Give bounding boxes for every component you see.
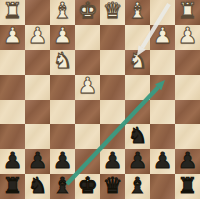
square-b7[interactable]: ♟ xyxy=(150,149,175,174)
square-h3[interactable] xyxy=(0,50,25,75)
black-bishop[interactable]: ♝ xyxy=(53,175,73,197)
black-king[interactable]: ♚ xyxy=(78,175,98,197)
black-pawn[interactable]: ♟ xyxy=(3,150,23,172)
square-c3[interactable]: ♞ xyxy=(125,50,150,75)
black-pawn[interactable]: ♟ xyxy=(128,150,148,172)
white-pawn[interactable]: ♟ xyxy=(53,25,73,47)
black-knight[interactable]: ♞ xyxy=(128,125,148,147)
square-c1[interactable]: ♝ xyxy=(125,0,150,25)
square-h5[interactable] xyxy=(0,100,25,125)
square-f6[interactable] xyxy=(50,124,75,149)
square-b3[interactable] xyxy=(150,50,175,75)
square-c7[interactable]: ♟ xyxy=(125,149,150,174)
white-pawn[interactable]: ♟ xyxy=(153,25,173,47)
square-c6[interactable]: ♞ xyxy=(125,124,150,149)
square-a7[interactable]: ♟ xyxy=(175,149,200,174)
square-g2[interactable]: ♟ xyxy=(25,25,50,50)
black-rook[interactable]: ♜ xyxy=(3,175,23,197)
black-queen[interactable]: ♛ xyxy=(103,175,123,197)
square-g6[interactable] xyxy=(25,124,50,149)
white-pawn[interactable]: ♟ xyxy=(78,75,98,97)
square-e1[interactable]: ♚ xyxy=(75,0,100,25)
white-pawn[interactable]: ♟ xyxy=(3,25,23,47)
white-bishop[interactable]: ♝ xyxy=(53,0,73,22)
square-h7[interactable]: ♟ xyxy=(0,149,25,174)
square-e3[interactable] xyxy=(75,50,100,75)
black-knight[interactable]: ♞ xyxy=(28,175,48,197)
square-b2[interactable]: ♟ xyxy=(150,25,175,50)
white-knight[interactable]: ♞ xyxy=(53,50,73,72)
square-e5[interactable] xyxy=(75,100,100,125)
square-a8[interactable]: ♜ xyxy=(175,174,200,199)
square-a2[interactable]: ♟ xyxy=(175,25,200,50)
square-f5[interactable] xyxy=(50,100,75,125)
black-pawn[interactable]: ♟ xyxy=(28,150,48,172)
square-e6[interactable] xyxy=(75,124,100,149)
square-f8[interactable]: ♝ xyxy=(50,174,75,199)
white-pawn[interactable]: ♟ xyxy=(178,25,198,47)
square-f3[interactable]: ♞ xyxy=(50,50,75,75)
white-knight[interactable]: ♞ xyxy=(128,50,148,72)
square-d6[interactable] xyxy=(100,124,125,149)
square-d3[interactable] xyxy=(100,50,125,75)
square-b1[interactable] xyxy=(150,0,175,25)
black-pawn[interactable]: ♟ xyxy=(153,150,173,172)
white-bishop[interactable]: ♝ xyxy=(128,0,148,22)
square-d5[interactable] xyxy=(100,100,125,125)
square-b8[interactable] xyxy=(150,174,175,199)
square-d4[interactable] xyxy=(100,75,125,100)
square-c4[interactable] xyxy=(125,75,150,100)
square-e2[interactable] xyxy=(75,25,100,50)
board-grid: ♜♝♚♛♝♜♟♟♟♟♟♞♞♟♞♟♟♟♟♟♟♟♜♞♝♚♛♝♜ xyxy=(0,0,200,199)
black-pawn[interactable]: ♟ xyxy=(53,150,73,172)
square-b6[interactable] xyxy=(150,124,175,149)
square-h8[interactable]: ♜ xyxy=(0,174,25,199)
white-king[interactable]: ♚ xyxy=(78,0,98,22)
black-rook[interactable]: ♜ xyxy=(178,175,198,197)
square-h2[interactable]: ♟ xyxy=(0,25,25,50)
square-b4[interactable] xyxy=(150,75,175,100)
square-g4[interactable] xyxy=(25,75,50,100)
square-a4[interactable] xyxy=(175,75,200,100)
square-a5[interactable] xyxy=(175,100,200,125)
square-g5[interactable] xyxy=(25,100,50,125)
square-f4[interactable] xyxy=(50,75,75,100)
square-h6[interactable] xyxy=(0,124,25,149)
square-d8[interactable]: ♛ xyxy=(100,174,125,199)
square-g7[interactable]: ♟ xyxy=(25,149,50,174)
square-a6[interactable] xyxy=(175,124,200,149)
square-g1[interactable] xyxy=(25,0,50,25)
black-pawn[interactable]: ♟ xyxy=(178,150,198,172)
square-c5[interactable] xyxy=(125,100,150,125)
white-rook[interactable]: ♜ xyxy=(178,0,198,22)
square-d7[interactable]: ♟ xyxy=(100,149,125,174)
black-bishop[interactable]: ♝ xyxy=(128,175,148,197)
square-d1[interactable]: ♛ xyxy=(100,0,125,25)
square-e8[interactable]: ♚ xyxy=(75,174,100,199)
square-f7[interactable]: ♟ xyxy=(50,149,75,174)
white-pawn[interactable]: ♟ xyxy=(28,25,48,47)
black-pawn[interactable]: ♟ xyxy=(103,150,123,172)
square-c2[interactable] xyxy=(125,25,150,50)
square-e4[interactable]: ♟ xyxy=(75,75,100,100)
square-g3[interactable] xyxy=(25,50,50,75)
square-a1[interactable]: ♜ xyxy=(175,0,200,25)
square-h4[interactable] xyxy=(0,75,25,100)
square-d2[interactable] xyxy=(100,25,125,50)
chess-board: ♜♝♚♛♝♜♟♟♟♟♟♞♞♟♞♟♟♟♟♟♟♟♜♞♝♚♛♝♜ xyxy=(0,0,200,199)
white-queen[interactable]: ♛ xyxy=(103,0,123,22)
square-h1[interactable]: ♜ xyxy=(0,0,25,25)
square-a3[interactable] xyxy=(175,50,200,75)
square-e7[interactable] xyxy=(75,149,100,174)
square-g8[interactable]: ♞ xyxy=(25,174,50,199)
square-f1[interactable]: ♝ xyxy=(50,0,75,25)
white-rook[interactable]: ♜ xyxy=(3,0,23,22)
square-f2[interactable]: ♟ xyxy=(50,25,75,50)
square-c8[interactable]: ♝ xyxy=(125,174,150,199)
square-b5[interactable] xyxy=(150,100,175,125)
